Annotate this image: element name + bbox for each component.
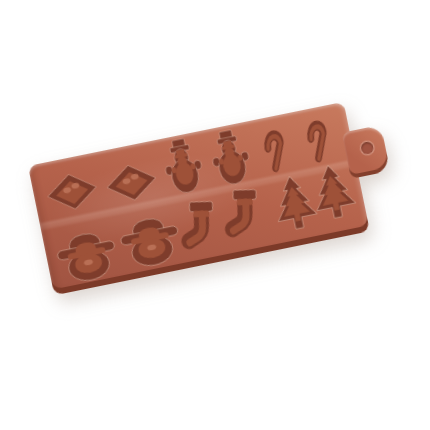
cavity-snowman [156,134,210,198]
cavity-christmas-tree [299,157,368,227]
cavity-gift-diamond [41,167,104,217]
cavity-grid [28,102,370,296]
cavity-candy-cane [299,110,335,164]
hang-hole-icon [360,141,374,155]
cavity-gift-diamond [100,158,163,208]
cavity-santa-face [50,223,123,289]
cavity-snowman [203,126,257,190]
cavity-candy-cane [256,119,292,173]
photo-stage [0,0,430,430]
chocolate-mold [28,102,370,296]
